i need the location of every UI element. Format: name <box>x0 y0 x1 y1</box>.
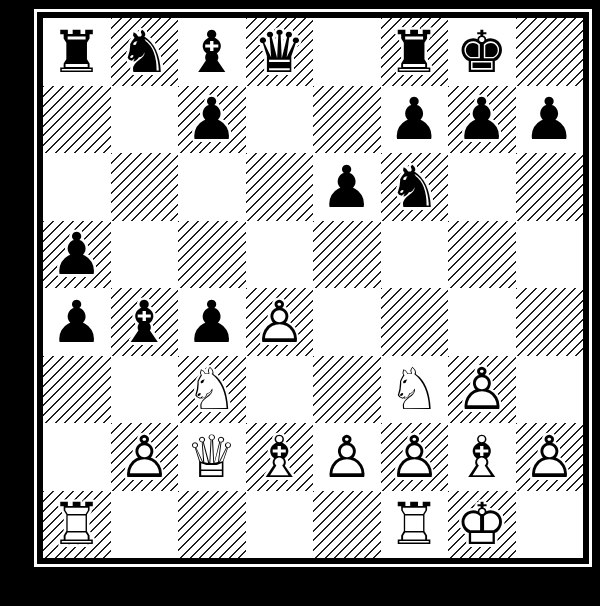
square-f3[interactable]: ♞♘ <box>381 356 449 424</box>
square-b2[interactable]: ♟♙ <box>111 423 179 491</box>
square-a4[interactable]: ♟♟ <box>43 288 111 356</box>
square-g4[interactable] <box>448 288 516 356</box>
square-a1[interactable]: ♜♖ <box>43 491 111 559</box>
piece-black-rook: ♜♜ <box>385 23 443 81</box>
piece-white-knight: ♞♘ <box>183 360 241 418</box>
piece-black-pawn: ♟♟ <box>520 90 578 148</box>
square-d2[interactable]: ♝♗ <box>246 423 314 491</box>
square-a8[interactable]: ♜♜ <box>43 18 111 86</box>
piece-black-rook: ♜♜ <box>48 23 106 81</box>
square-f6[interactable]: ♞♞ <box>381 153 449 221</box>
square-f8[interactable]: ♜♜ <box>381 18 449 86</box>
square-b5[interactable] <box>111 221 179 289</box>
square-g7[interactable]: ♟♟ <box>448 86 516 154</box>
square-e4[interactable] <box>313 288 381 356</box>
square-b1[interactable] <box>111 491 179 559</box>
piece-black-pawn: ♟♟ <box>183 90 241 148</box>
square-h2[interactable]: ♟♙ <box>516 423 584 491</box>
piece-black-queen: ♛♛ <box>250 23 308 81</box>
piece-white-rook: ♜♖ <box>385 495 443 553</box>
square-h6[interactable] <box>516 153 584 221</box>
piece-white-knight: ♞♘ <box>385 360 443 418</box>
piece-white-pawn: ♟♙ <box>385 428 443 486</box>
square-a5[interactable]: ♟♟ <box>43 221 111 289</box>
piece-black-pawn: ♟♟ <box>183 293 241 351</box>
piece-black-bishop: ♝♝ <box>183 23 241 81</box>
square-b3[interactable] <box>111 356 179 424</box>
piece-white-pawn: ♟♙ <box>250 293 308 351</box>
square-h5[interactable] <box>516 221 584 289</box>
piece-black-pawn: ♟♟ <box>48 225 106 283</box>
piece-white-bishop: ♝♗ <box>250 428 308 486</box>
square-d7[interactable] <box>246 86 314 154</box>
piece-white-rook: ♜♖ <box>48 495 106 553</box>
piece-black-pawn: ♟♟ <box>385 90 443 148</box>
square-b4[interactable]: ♝♝ <box>111 288 179 356</box>
square-e1[interactable] <box>313 491 381 559</box>
square-e2[interactable]: ♟♙ <box>313 423 381 491</box>
square-c5[interactable] <box>178 221 246 289</box>
square-d1[interactable] <box>246 491 314 559</box>
piece-white-pawn: ♟♙ <box>318 428 376 486</box>
piece-black-pawn: ♟♟ <box>453 90 511 148</box>
square-d5[interactable] <box>246 221 314 289</box>
square-h8[interactable] <box>516 18 584 86</box>
square-f5[interactable] <box>381 221 449 289</box>
square-c7[interactable]: ♟♟ <box>178 86 246 154</box>
piece-white-pawn: ♟♙ <box>115 428 173 486</box>
square-g3[interactable]: ♟♙ <box>448 356 516 424</box>
square-d3[interactable] <box>246 356 314 424</box>
square-h1[interactable] <box>516 491 584 559</box>
square-b8[interactable]: ♞♞ <box>111 18 179 86</box>
piece-white-pawn: ♟♙ <box>453 360 511 418</box>
square-f7[interactable]: ♟♟ <box>381 86 449 154</box>
piece-white-bishop: ♝♗ <box>453 428 511 486</box>
piece-black-knight: ♞♞ <box>385 158 443 216</box>
square-f1[interactable]: ♜♖ <box>381 491 449 559</box>
square-a6[interactable] <box>43 153 111 221</box>
square-c6[interactable] <box>178 153 246 221</box>
piece-white-king: ♚♔ <box>453 495 511 553</box>
square-g1[interactable]: ♚♔ <box>448 491 516 559</box>
square-e8[interactable] <box>313 18 381 86</box>
square-b7[interactable] <box>111 86 179 154</box>
square-a7[interactable] <box>43 86 111 154</box>
square-h3[interactable] <box>516 356 584 424</box>
square-f4[interactable] <box>381 288 449 356</box>
square-c2[interactable]: ♛♕ <box>178 423 246 491</box>
square-f2[interactable]: ♟♙ <box>381 423 449 491</box>
square-c8[interactable]: ♝♝ <box>178 18 246 86</box>
piece-black-pawn: ♟♟ <box>318 158 376 216</box>
diagram-background: ♜♜♞♞♝♝♛♛♜♜♚♚♟♟♟♟♟♟♟♟♟♟♞♞♟♟♟♟♝♝♟♟♟♙♞♘♞♘♟♙… <box>0 0 600 606</box>
square-a3[interactable] <box>43 356 111 424</box>
square-g2[interactable]: ♝♗ <box>448 423 516 491</box>
piece-black-bishop: ♝♝ <box>115 293 173 351</box>
square-a2[interactable] <box>43 423 111 491</box>
square-d6[interactable] <box>246 153 314 221</box>
square-g8[interactable]: ♚♚ <box>448 18 516 86</box>
piece-black-pawn: ♟♟ <box>48 293 106 351</box>
square-e7[interactable] <box>313 86 381 154</box>
square-g5[interactable] <box>448 221 516 289</box>
square-d4[interactable]: ♟♙ <box>246 288 314 356</box>
board-frame: ♜♜♞♞♝♝♛♛♜♜♚♚♟♟♟♟♟♟♟♟♟♟♞♞♟♟♟♟♝♝♟♟♟♙♞♘♞♘♟♙… <box>32 7 594 569</box>
piece-black-knight: ♞♞ <box>115 23 173 81</box>
piece-white-queen: ♛♕ <box>183 428 241 486</box>
square-e6[interactable]: ♟♟ <box>313 153 381 221</box>
square-c4[interactable]: ♟♟ <box>178 288 246 356</box>
square-e5[interactable] <box>313 221 381 289</box>
chess-board: ♜♜♞♞♝♝♛♛♜♜♚♚♟♟♟♟♟♟♟♟♟♟♞♞♟♟♟♟♝♝♟♟♟♙♞♘♞♘♟♙… <box>43 18 583 558</box>
board-frame-inner: ♜♜♞♞♝♝♛♛♜♜♚♚♟♟♟♟♟♟♟♟♟♟♞♞♟♟♟♟♝♝♟♟♟♙♞♘♞♘♟♙… <box>37 12 589 564</box>
square-b6[interactable] <box>111 153 179 221</box>
square-c1[interactable] <box>178 491 246 559</box>
square-c3[interactable]: ♞♘ <box>178 356 246 424</box>
piece-black-king: ♚♚ <box>453 23 511 81</box>
square-h7[interactable]: ♟♟ <box>516 86 584 154</box>
square-e3[interactable] <box>313 356 381 424</box>
piece-white-pawn: ♟♙ <box>520 428 578 486</box>
square-h4[interactable] <box>516 288 584 356</box>
square-d8[interactable]: ♛♛ <box>246 18 314 86</box>
square-g6[interactable] <box>448 153 516 221</box>
